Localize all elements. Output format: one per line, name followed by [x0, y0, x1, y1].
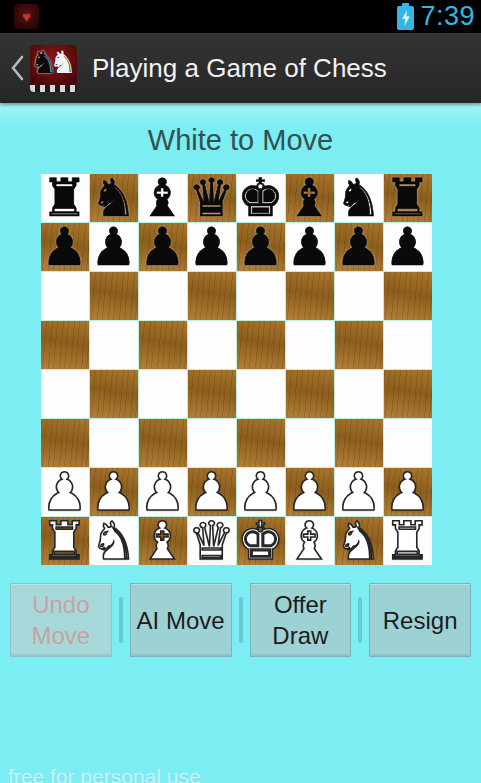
- square-g4[interactable]: [335, 370, 383, 418]
- square-a8[interactable]: ♜: [41, 174, 89, 222]
- ai-move-button[interactable]: AI Move: [130, 583, 232, 657]
- heart-app-notification-icon: ♥: [14, 4, 39, 29]
- lightning-bolt-icon: [401, 10, 410, 26]
- status-clock: 7:39: [420, 0, 475, 33]
- button-divider: [119, 597, 123, 643]
- square-h5[interactable]: [384, 321, 432, 369]
- square-d5[interactable]: [188, 321, 236, 369]
- piece-black-pawn: ♟: [90, 220, 137, 275]
- square-f3[interactable]: [286, 419, 334, 467]
- battery-charging-icon: [397, 6, 414, 30]
- square-h7[interactable]: ♟: [384, 223, 432, 271]
- status-bar-right: 7:39: [397, 0, 475, 33]
- square-g8[interactable]: ♞: [335, 174, 383, 222]
- square-h6[interactable]: [384, 272, 432, 320]
- square-h3[interactable]: [384, 419, 432, 467]
- piece-white-rook: ♜: [384, 514, 431, 569]
- turn-status-text: White to Move: [0, 103, 481, 157]
- heart-icon: ♥: [22, 9, 31, 24]
- piece-white-king: ♚: [237, 514, 284, 569]
- undo-move-button[interactable]: Undo Move: [10, 583, 112, 657]
- square-e2[interactable]: ♟: [237, 468, 285, 516]
- square-f8[interactable]: ♝: [286, 174, 334, 222]
- square-h8[interactable]: ♜: [384, 174, 432, 222]
- app-screen: ♥ 7:39 ♞ ♞ Playing a Game of Chess White…: [0, 0, 481, 783]
- square-e3[interactable]: [237, 419, 285, 467]
- piece-white-bishop: ♝: [286, 514, 333, 569]
- square-g6[interactable]: [335, 272, 383, 320]
- white-knight-icon: ♞: [49, 47, 77, 78]
- square-b7[interactable]: ♟: [90, 223, 138, 271]
- square-f5[interactable]: [286, 321, 334, 369]
- square-c2[interactable]: ♟: [139, 468, 187, 516]
- square-c3[interactable]: [139, 419, 187, 467]
- piece-black-pawn: ♟: [41, 220, 88, 275]
- chess-knights-app-icon[interactable]: ♞ ♞: [30, 45, 77, 92]
- resign-button[interactable]: Resign: [369, 583, 471, 657]
- square-e8[interactable]: ♚: [237, 174, 285, 222]
- checkered-base: [30, 85, 77, 92]
- square-b5[interactable]: [90, 321, 138, 369]
- button-divider: [358, 597, 362, 643]
- piece-white-bishop: ♝: [139, 514, 186, 569]
- page-title: Playing a Game of Chess: [92, 53, 387, 84]
- square-e1[interactable]: ♚: [237, 517, 285, 565]
- square-g3[interactable]: [335, 419, 383, 467]
- square-g5[interactable]: [335, 321, 383, 369]
- square-f7[interactable]: ♟: [286, 223, 334, 271]
- piece-white-queen: ♛: [188, 514, 235, 569]
- square-c7[interactable]: ♟: [139, 223, 187, 271]
- square-e4[interactable]: [237, 370, 285, 418]
- square-c4[interactable]: [139, 370, 187, 418]
- piece-black-pawn: ♟: [384, 220, 431, 275]
- piece-white-knight: ♞: [90, 514, 137, 569]
- square-h4[interactable]: [384, 370, 432, 418]
- square-g2[interactable]: ♟: [335, 468, 383, 516]
- square-g7[interactable]: ♟: [335, 223, 383, 271]
- square-d3[interactable]: [188, 419, 236, 467]
- square-h1[interactable]: ♜: [384, 517, 432, 565]
- square-a4[interactable]: [41, 370, 89, 418]
- square-b6[interactable]: [90, 272, 138, 320]
- watermark-text: free for personal use: [8, 765, 201, 783]
- action-bar: ♞ ♞ Playing a Game of Chess: [0, 33, 481, 103]
- piece-black-pawn: ♟: [139, 220, 186, 275]
- square-f4[interactable]: [286, 370, 334, 418]
- piece-black-pawn: ♟: [286, 220, 333, 275]
- square-c8[interactable]: ♝: [139, 174, 187, 222]
- square-b4[interactable]: [90, 370, 138, 418]
- square-a3[interactable]: [41, 419, 89, 467]
- square-a2[interactable]: ♟: [41, 468, 89, 516]
- square-f6[interactable]: [286, 272, 334, 320]
- button-divider: [239, 597, 243, 643]
- square-d4[interactable]: [188, 370, 236, 418]
- square-d8[interactable]: ♛: [188, 174, 236, 222]
- square-e5[interactable]: [237, 321, 285, 369]
- square-d2[interactable]: ♟: [188, 468, 236, 516]
- square-b1[interactable]: ♞: [90, 517, 138, 565]
- square-a7[interactable]: ♟: [41, 223, 89, 271]
- piece-black-pawn: ♟: [188, 220, 235, 275]
- square-h2[interactable]: ♟: [384, 468, 432, 516]
- square-e6[interactable]: [237, 272, 285, 320]
- square-d1[interactable]: ♛: [188, 517, 236, 565]
- piece-black-pawn: ♟: [335, 220, 382, 275]
- square-c6[interactable]: [139, 272, 187, 320]
- back-button[interactable]: [8, 50, 26, 86]
- square-b2[interactable]: ♟: [90, 468, 138, 516]
- square-a1[interactable]: ♜: [41, 517, 89, 565]
- square-b3[interactable]: [90, 419, 138, 467]
- chess-board: ♜♞♝♛♚♝♞♜♟♟♟♟♟♟♟♟♟♟♟♟♟♟♟♟♜♞♝♛♚♝♞♜: [41, 174, 432, 565]
- action-button-bar: Undo MoveAI MoveOffer DrawResign: [3, 583, 478, 657]
- piece-black-pawn: ♟: [237, 220, 284, 275]
- square-c1[interactable]: ♝: [139, 517, 187, 565]
- offer-draw-button[interactable]: Offer Draw: [250, 583, 352, 657]
- square-d6[interactable]: [188, 272, 236, 320]
- square-f2[interactable]: ♟: [286, 468, 334, 516]
- square-c5[interactable]: [139, 321, 187, 369]
- square-d7[interactable]: ♟: [188, 223, 236, 271]
- chevron-left-icon: [10, 54, 24, 82]
- square-f1[interactable]: ♝: [286, 517, 334, 565]
- square-a5[interactable]: [41, 321, 89, 369]
- piece-white-knight: ♞: [335, 514, 382, 569]
- square-e7[interactable]: ♟: [237, 223, 285, 271]
- content-area: White to Move ♜♞♝♛♚♝♞♜♟♟♟♟♟♟♟♟♟♟♟♟♟♟♟♟♜♞…: [0, 103, 481, 783]
- piece-white-rook: ♜: [41, 514, 88, 569]
- square-g1[interactable]: ♞: [335, 517, 383, 565]
- square-a6[interactable]: [41, 272, 89, 320]
- square-b8[interactable]: ♞: [90, 174, 138, 222]
- status-bar: ♥ 7:39: [0, 0, 481, 33]
